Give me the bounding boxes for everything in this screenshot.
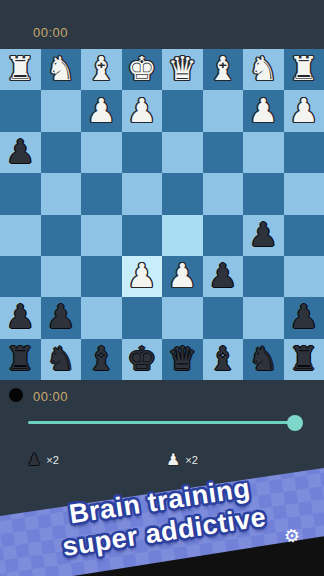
white-pawn: ♟ — [127, 259, 157, 292]
square-a6[interactable] — [284, 256, 324, 297]
white-queen: ♛ — [167, 52, 197, 85]
white-king: ♚ — [127, 52, 157, 85]
white-pawn: ♟ — [127, 94, 157, 127]
square-c7[interactable] — [203, 297, 244, 338]
square-f6[interactable] — [81, 256, 122, 297]
square-c6[interactable]: ♟ — [203, 256, 244, 297]
square-c1[interactable]: ♝ — [203, 49, 244, 90]
white-bishop: ♝ — [86, 52, 116, 85]
return-button-2[interactable]: Return — [201, 562, 252, 576]
black-pawn: ♟ — [248, 218, 278, 251]
square-a4[interactable] — [284, 173, 324, 214]
square-a7[interactable]: ♟ — [284, 297, 324, 338]
square-d6[interactable]: ♟ — [162, 256, 203, 297]
square-e7[interactable] — [122, 297, 163, 338]
black-rook: ♜ — [289, 342, 319, 375]
square-e4[interactable] — [122, 173, 163, 214]
square-b4[interactable] — [243, 173, 284, 214]
black-queen: ♛ — [167, 342, 197, 375]
square-b2[interactable]: ♟ — [243, 90, 284, 131]
square-c3[interactable] — [203, 132, 244, 173]
square-f5[interactable] — [81, 215, 122, 256]
white-bishop: ♝ — [208, 52, 238, 85]
square-h4[interactable] — [0, 173, 41, 214]
square-h7[interactable]: ♟ — [0, 297, 41, 338]
square-h3[interactable]: ♟ — [0, 132, 41, 173]
square-h8[interactable]: ♜ — [0, 339, 41, 380]
square-h6[interactable] — [0, 256, 41, 297]
square-g5[interactable] — [41, 215, 82, 256]
square-f7[interactable] — [81, 297, 122, 338]
black-bishop: ♝ — [86, 342, 116, 375]
square-h5[interactable] — [0, 215, 41, 256]
square-d2[interactable] — [162, 90, 203, 131]
white-rook: ♜ — [5, 52, 35, 85]
square-g7[interactable]: ♟ — [41, 297, 82, 338]
black-knight: ♞ — [46, 342, 76, 375]
captured-black-count: ×2 — [46, 454, 59, 466]
square-a1[interactable]: ♜ — [284, 49, 324, 90]
square-g3[interactable] — [41, 132, 82, 173]
square-a5[interactable] — [284, 215, 324, 256]
square-b1[interactable]: ♞ — [243, 49, 284, 90]
square-d7[interactable] — [162, 297, 203, 338]
square-g8[interactable]: ♞ — [41, 339, 82, 380]
square-f8[interactable]: ♝ — [81, 339, 122, 380]
black-pawn: ♟ — [208, 259, 238, 292]
square-b5[interactable]: ♟ — [243, 215, 284, 256]
black-pawn: ♟ — [46, 300, 76, 333]
square-d1[interactable]: ♛ — [162, 49, 203, 90]
white-rook: ♜ — [289, 52, 319, 85]
white-pawn: ♟ — [86, 94, 116, 127]
black-rook: ♜ — [5, 342, 35, 375]
square-h2[interactable] — [0, 90, 41, 131]
square-g2[interactable] — [41, 90, 82, 131]
square-d8[interactable]: ♛ — [162, 339, 203, 380]
white-pawn-icon: ♟ — [166, 452, 180, 468]
replay-slider-track[interactable] — [28, 421, 296, 424]
square-c8[interactable]: ♝ — [203, 339, 244, 380]
square-g6[interactable] — [41, 256, 82, 297]
black-pawn: ♟ — [289, 300, 319, 333]
bottom-player-timer: 00:00 — [33, 389, 68, 404]
square-d3[interactable] — [162, 132, 203, 173]
square-b8[interactable]: ♞ — [243, 339, 284, 380]
top-player-timer: 00:00 — [33, 25, 68, 40]
square-g4[interactable] — [41, 173, 82, 214]
square-g1[interactable]: ♞ — [41, 49, 82, 90]
square-c2[interactable] — [203, 90, 244, 131]
black-pawn: ♟ — [5, 135, 35, 168]
white-pawn: ♟ — [289, 94, 319, 127]
replay-slider-knob[interactable] — [287, 415, 303, 431]
square-f2[interactable]: ♟ — [81, 90, 122, 131]
white-knight: ♞ — [248, 52, 278, 85]
square-a2[interactable]: ♟ — [284, 90, 324, 131]
square-f3[interactable] — [81, 132, 122, 173]
square-f4[interactable] — [81, 173, 122, 214]
square-e6[interactable]: ♟ — [122, 256, 163, 297]
square-e8[interactable]: ♚ — [122, 339, 163, 380]
square-h1[interactable]: ♜ — [0, 49, 41, 90]
gear-icon[interactable]: ⚙ — [283, 526, 302, 546]
black-player-indicator — [9, 388, 23, 402]
black-king: ♚ — [127, 342, 157, 375]
black-pawn: ♟ — [5, 300, 35, 333]
square-e5[interactable] — [122, 215, 163, 256]
square-b7[interactable] — [243, 297, 284, 338]
square-d5[interactable] — [162, 215, 203, 256]
square-f1[interactable]: ♝ — [81, 49, 122, 90]
square-e1[interactable]: ♚ — [122, 49, 163, 90]
square-e2[interactable]: ♟ — [122, 90, 163, 131]
square-c4[interactable] — [203, 173, 244, 214]
square-b6[interactable] — [243, 256, 284, 297]
square-c5[interactable] — [203, 215, 244, 256]
white-pawn: ♟ — [167, 259, 197, 292]
black-pawn-icon: ♟ — [27, 452, 41, 468]
return-button-3[interactable]: Return — [267, 551, 318, 576]
square-d4[interactable] — [162, 173, 203, 214]
chess-app-screen: 00:00 ♜♞♝♚♛♝♞♜♟♟♟♟♟♟♟♟♟♟♟♟♜♞♝♚♛♝♞♜ 00:00… — [0, 0, 324, 576]
black-knight: ♞ — [248, 342, 278, 375]
return-button-1[interactable]: Return — [136, 572, 187, 576]
white-pawn: ♟ — [248, 94, 278, 127]
captured-white-pawns: ♟ ×2 — [166, 452, 198, 468]
square-a8[interactable]: ♜ — [284, 339, 324, 380]
white-knight: ♞ — [46, 52, 76, 85]
square-a3[interactable] — [284, 132, 324, 173]
square-e3[interactable] — [122, 132, 163, 173]
captured-black-pawns: ♟ ×2 — [27, 452, 59, 468]
chess-board: ♜♞♝♚♛♝♞♜♟♟♟♟♟♟♟♟♟♟♟♟♜♞♝♚♛♝♞♜ — [0, 49, 324, 380]
square-b3[interactable] — [243, 132, 284, 173]
black-bishop: ♝ — [208, 342, 238, 375]
captured-white-count: ×2 — [185, 454, 198, 466]
